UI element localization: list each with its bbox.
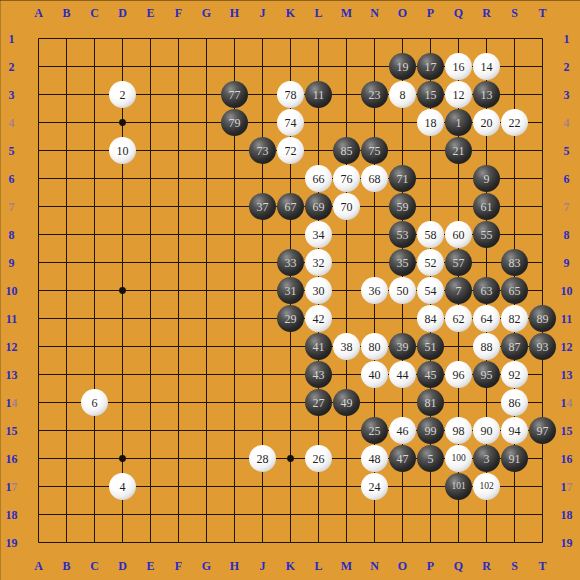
stone-53-black-O8[interactable]: 53 [389, 221, 416, 248]
stone-2-white-D3[interactable]: 2 [109, 81, 136, 108]
stone-36-white-N10[interactable]: 36 [361, 277, 388, 304]
stone-number: 68 [369, 173, 381, 185]
stone-number: 23 [369, 89, 381, 101]
stone-number: 93 [537, 341, 549, 353]
stone-number: 58 [425, 229, 437, 241]
stone-number: 48 [369, 453, 381, 465]
stone-27-black-L14[interactable]: 27 [305, 389, 332, 416]
stone-34-white-L8[interactable]: 34 [305, 221, 332, 248]
stone-number: 22 [509, 117, 521, 129]
stone-54-white-P10[interactable]: 54 [417, 277, 444, 304]
stone-18-white-P4[interactable]: 18 [417, 109, 444, 136]
stone-1-black-Q4[interactable]: 1 [445, 109, 472, 136]
stone-number: 7 [456, 285, 462, 297]
stone-number: 85 [341, 145, 353, 157]
stone-12-white-Q3[interactable]: 12 [445, 81, 472, 108]
stone-number: 52 [425, 257, 437, 269]
stone-number: 79 [229, 117, 241, 129]
stone-98-white-Q15[interactable]: 98 [445, 417, 472, 444]
stone-number: 69 [313, 201, 325, 213]
stone-number: 39 [397, 341, 409, 353]
stone-65-black-S10[interactable]: 65 [501, 277, 528, 304]
stone-number: 89 [537, 313, 549, 325]
stone-number: 21 [453, 145, 465, 157]
stone-33-black-K9[interactable]: 33 [277, 249, 304, 276]
stone-number: 61 [481, 201, 493, 213]
stone-number: 16 [453, 61, 465, 73]
stone-87-black-S12[interactable]: 87 [501, 333, 528, 360]
stone-60-white-Q8[interactable]: 60 [445, 221, 472, 248]
stone-86-white-S14[interactable]: 86 [501, 389, 528, 416]
stone-37-black-J7[interactable]: 37 [249, 193, 276, 220]
stone-number: 4 [120, 481, 126, 493]
stone-73-black-J5[interactable]: 73 [249, 137, 276, 164]
stone-number: 32 [313, 257, 325, 269]
stone-number: 12 [453, 89, 465, 101]
stone-93-black-T12[interactable]: 93 [529, 333, 556, 360]
stone-76-white-M6[interactable]: 76 [333, 165, 360, 192]
stone-number: 96 [453, 369, 465, 381]
stone-number: 87 [509, 341, 521, 353]
stone-75-black-N5[interactable]: 75 [361, 137, 388, 164]
stone-number: 74 [285, 117, 297, 129]
stone-number: 26 [313, 453, 325, 465]
stone-83-black-S9[interactable]: 83 [501, 249, 528, 276]
stone-number: 65 [509, 285, 521, 297]
stone-number: 75 [369, 145, 381, 157]
stone-number: 70 [341, 201, 353, 213]
stone-11-black-L3[interactable]: 11 [305, 81, 332, 108]
stone-number: 18 [425, 117, 437, 129]
stone-70-white-M7[interactable]: 70 [333, 193, 360, 220]
stone-20-white-R4[interactable]: 20 [473, 109, 500, 136]
stone-84-white-P11[interactable]: 84 [417, 305, 444, 332]
stone-79-black-H4[interactable]: 79 [221, 109, 248, 136]
stone-number: 54 [425, 285, 437, 297]
stone-number: 10 [117, 145, 129, 157]
stone-23-black-N3[interactable]: 23 [361, 81, 388, 108]
stone-101-black-Q17[interactable]: 101 [445, 473, 472, 500]
stone-number: 15 [425, 89, 437, 101]
stone-71-black-O6[interactable]: 71 [389, 165, 416, 192]
stone-9-black-R6[interactable]: 9 [473, 165, 500, 192]
stone-number: 43 [313, 369, 325, 381]
stone-62-white-Q11[interactable]: 62 [445, 305, 472, 332]
stone-number: 50 [397, 285, 409, 297]
stone-number: 6 [92, 397, 98, 409]
stone-52-white-P9[interactable]: 52 [417, 249, 444, 276]
stone-81-black-P14[interactable]: 81 [417, 389, 444, 416]
stone-99-black-P15[interactable]: 99 [417, 417, 444, 444]
stone-55-black-R8[interactable]: 55 [473, 221, 500, 248]
stone-97-black-T15[interactable]: 97 [529, 417, 556, 444]
stone-47-black-O16[interactable]: 47 [389, 445, 416, 472]
stone-number: 30 [313, 285, 325, 297]
stone-number: 24 [369, 481, 381, 493]
stone-number: 81 [425, 397, 437, 409]
stone-69-black-L7[interactable]: 69 [305, 193, 332, 220]
stone-number: 88 [481, 341, 493, 353]
stone-number: 101 [451, 482, 465, 492]
stone-35-black-O9[interactable]: 35 [389, 249, 416, 276]
stone-number: 47 [397, 453, 409, 465]
stone-number: 73 [257, 145, 269, 157]
stone-13-black-R3[interactable]: 13 [473, 81, 500, 108]
stone-number: 49 [341, 397, 353, 409]
stone-number: 66 [313, 173, 325, 185]
stone-number: 86 [509, 397, 521, 409]
stone-43-black-L13[interactable]: 43 [305, 361, 332, 388]
stone-66-white-L6[interactable]: 66 [305, 165, 332, 192]
stone-63-black-R10[interactable]: 63 [473, 277, 500, 304]
stone-number: 91 [509, 453, 521, 465]
stone-number: 77 [229, 89, 241, 101]
stone-number: 94 [509, 425, 521, 437]
stone-number: 1 [456, 117, 462, 129]
stone-85-black-M5[interactable]: 85 [333, 137, 360, 164]
stone-100-white-Q16[interactable]: 100 [445, 445, 472, 472]
stone-67-black-K7[interactable]: 67 [277, 193, 304, 220]
stone-number: 57 [453, 257, 465, 269]
goban[interactable]: 1234567891011121314151617181920212223242… [25, 25, 557, 557]
stone-number: 19 [397, 61, 409, 73]
stone-number: 27 [313, 397, 325, 409]
stone-number: 80 [369, 341, 381, 353]
stone-number: 40 [369, 369, 381, 381]
stone-number: 60 [453, 229, 465, 241]
stone-48-white-N16[interactable]: 48 [361, 445, 388, 472]
stone-number: 59 [397, 201, 409, 213]
stone-45-black-P13[interactable]: 45 [417, 361, 444, 388]
stone-number: 90 [481, 425, 493, 437]
stone-89-black-T11[interactable]: 89 [529, 305, 556, 332]
stone-77-black-H3[interactable]: 77 [221, 81, 248, 108]
stone-90-white-R15[interactable]: 90 [473, 417, 500, 444]
stone-49-black-M14[interactable]: 49 [333, 389, 360, 416]
stone-4-white-D17[interactable]: 4 [109, 473, 136, 500]
stone-number: 98 [453, 425, 465, 437]
stone-39-black-O12[interactable]: 39 [389, 333, 416, 360]
stone-number: 20 [481, 117, 493, 129]
stone-number: 67 [285, 201, 297, 213]
stone-82-white-S11[interactable]: 82 [501, 305, 528, 332]
stone-17-black-P2[interactable]: 17 [417, 53, 444, 80]
stone-41-black-L12[interactable]: 41 [305, 333, 332, 360]
stone-94-white-S15[interactable]: 94 [501, 417, 528, 444]
stone-19-black-O2[interactable]: 19 [389, 53, 416, 80]
stone-number: 46 [397, 425, 409, 437]
stone-number: 55 [481, 229, 493, 241]
stone-46-white-O15[interactable]: 46 [389, 417, 416, 444]
stone-number: 44 [397, 369, 409, 381]
stone-number: 2 [120, 89, 126, 101]
stone-number: 99 [425, 425, 437, 437]
stone-92-white-S13[interactable]: 92 [501, 361, 528, 388]
stone-42-white-L11[interactable]: 42 [305, 305, 332, 332]
stone-number: 78 [285, 89, 297, 101]
stone-number: 38 [341, 341, 353, 353]
stone-number: 11 [313, 89, 325, 101]
stone-number: 5 [428, 453, 434, 465]
stone-31-black-K10[interactable]: 31 [277, 277, 304, 304]
stone-3-black-R16[interactable]: 3 [473, 445, 500, 472]
stone-number: 35 [397, 257, 409, 269]
stone-number: 28 [257, 453, 269, 465]
stone-number: 100 [451, 454, 465, 464]
stone-7-black-Q10[interactable]: 7 [445, 277, 472, 304]
stone-number: 84 [425, 313, 437, 325]
stone-14-white-R2[interactable]: 14 [473, 53, 500, 80]
stone-10-white-D5[interactable]: 10 [109, 137, 136, 164]
stone-59-black-O7[interactable]: 59 [389, 193, 416, 220]
stone-16-white-Q2[interactable]: 16 [445, 53, 472, 80]
stone-72-white-K5[interactable]: 72 [277, 137, 304, 164]
stone-number: 25 [369, 425, 381, 437]
stone-number: 95 [481, 369, 493, 381]
stone-57-black-Q9[interactable]: 57 [445, 249, 472, 276]
stone-number: 53 [397, 229, 409, 241]
stone-number: 45 [425, 369, 437, 381]
stone-96-white-Q13[interactable]: 96 [445, 361, 472, 388]
stone-28-white-J16[interactable]: 28 [249, 445, 276, 472]
stone-number: 102 [479, 482, 493, 492]
stone-78-white-K3[interactable]: 78 [277, 81, 304, 108]
stone-26-white-L16[interactable]: 26 [305, 445, 332, 472]
stone-61-black-R7[interactable]: 61 [473, 193, 500, 220]
stone-number: 71 [397, 173, 409, 185]
stone-95-black-R13[interactable]: 95 [473, 361, 500, 388]
stone-58-white-P8[interactable]: 58 [417, 221, 444, 248]
stone-number: 51 [425, 341, 437, 353]
stone-6-white-C14[interactable]: 6 [81, 389, 108, 416]
stone-91-black-S16[interactable]: 91 [501, 445, 528, 472]
stone-number: 17 [425, 61, 437, 73]
stone-38-white-M12[interactable]: 38 [333, 333, 360, 360]
stone-number: 72 [285, 145, 297, 157]
stone-8-white-O3[interactable]: 8 [389, 81, 416, 108]
stone-80-white-N12[interactable]: 80 [361, 333, 388, 360]
stone-number: 63 [481, 285, 493, 297]
stone-5-black-P16[interactable]: 5 [417, 445, 444, 472]
stone-21-black-Q5[interactable]: 21 [445, 137, 472, 164]
stone-32-white-L9[interactable]: 32 [305, 249, 332, 276]
stone-number: 76 [341, 173, 353, 185]
stone-number: 34 [313, 229, 325, 241]
stone-88-white-R12[interactable]: 88 [473, 333, 500, 360]
stone-number: 13 [481, 89, 493, 101]
stone-44-white-O13[interactable]: 44 [389, 361, 416, 388]
stone-50-white-O10[interactable]: 50 [389, 277, 416, 304]
stone-number: 92 [509, 369, 521, 381]
stone-number: 36 [369, 285, 381, 297]
stone-25-black-N15[interactable]: 25 [361, 417, 388, 444]
stone-51-black-P12[interactable]: 51 [417, 333, 444, 360]
stone-number: 37 [257, 201, 269, 213]
stone-number: 97 [537, 425, 549, 437]
stone-22-white-S4[interactable]: 22 [501, 109, 528, 136]
stone-number: 62 [453, 313, 465, 325]
stone-number: 9 [484, 173, 490, 185]
stone-15-black-P3[interactable]: 15 [417, 81, 444, 108]
stone-30-white-L10[interactable]: 30 [305, 277, 332, 304]
stone-number: 83 [509, 257, 521, 269]
stone-24-white-N17[interactable]: 24 [361, 473, 388, 500]
stone-number: 29 [285, 313, 297, 325]
stone-40-white-N13[interactable]: 40 [361, 361, 388, 388]
stone-74-white-K4[interactable]: 74 [277, 109, 304, 136]
stone-number: 31 [285, 285, 297, 297]
go-board-diagram: Go (19x19) numbered game-record diagram,… [0, 0, 580, 580]
stone-number: 33 [285, 257, 297, 269]
stone-number: 64 [481, 313, 493, 325]
stone-number: 82 [509, 313, 521, 325]
stone-68-white-N6[interactable]: 68 [361, 165, 388, 192]
stone-64-white-R11[interactable]: 64 [473, 305, 500, 332]
stone-102-white-R17[interactable]: 102 [473, 473, 500, 500]
stone-number: 3 [484, 453, 490, 465]
stone-number: 42 [313, 313, 325, 325]
stone-29-black-K11[interactable]: 29 [277, 305, 304, 332]
stone-number: 8 [400, 89, 406, 101]
stone-number: 41 [313, 341, 325, 353]
stone-number: 14 [481, 61, 493, 73]
